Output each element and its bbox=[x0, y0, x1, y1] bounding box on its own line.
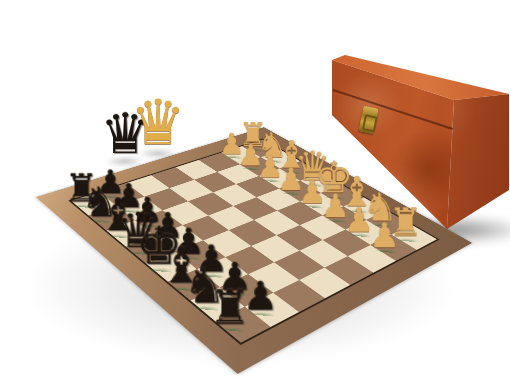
piece-black-rook-h8[interactable]: ♜ bbox=[182, 201, 279, 331]
square-h8[interactable]: ♜ bbox=[215, 306, 271, 342]
board-perspective-wrapper: ♜♞♝♛♚♝♞♜♟♟♟♟♟♟♟♟♟♟♟♟♟♟♟♟♜♞♝♛♚♝♞♜ bbox=[0, 0, 510, 384]
chess-board: ♜♞♝♛♚♝♞♜♟♟♟♟♟♟♟♟♟♟♟♟♟♟♟♟♜♞♝♛♚♝♞♜ bbox=[36, 127, 472, 374]
square-h4[interactable] bbox=[324, 256, 374, 285]
chess-set-photo: ♛ ♛ ♜♞♝♛♚♝♞♜♟♟♟♟♟♟♟♟♟♟♟♟♟♟♟♟♜♞♝♛♚♝♞♜ bbox=[0, 0, 510, 384]
piece-white-pawn-h2[interactable]: ♟ bbox=[344, 143, 425, 252]
square-h2[interactable]: ♟ bbox=[370, 234, 417, 260]
board-grid: ♜♞♝♛♚♝♞♜♟♟♟♟♟♟♟♟♟♟♟♟♟♟♟♟♜♞♝♛♚♝♞♜ bbox=[68, 139, 439, 345]
